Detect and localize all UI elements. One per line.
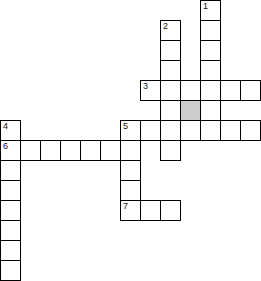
cell-r13-c0[interactable] — [0, 260, 21, 281]
cell-r6-c0[interactable] — [0, 120, 21, 141]
cell-r7-c8[interactable] — [160, 140, 181, 161]
cell-r1-c8[interactable] — [160, 20, 181, 41]
cell-r3-c10[interactable] — [200, 60, 221, 81]
cell-r5-c10[interactable] — [200, 100, 221, 121]
cell-r7-c1[interactable] — [20, 140, 41, 161]
cell-r6-c12[interactable] — [240, 120, 261, 141]
cell-r10-c6[interactable] — [120, 200, 141, 221]
cell-r4-c7[interactable] — [140, 80, 161, 101]
cell-r6-c8[interactable] — [160, 120, 181, 141]
cell-r6-c7[interactable] — [140, 120, 161, 141]
cell-r7-c5[interactable] — [100, 140, 121, 161]
cell-r9-c0[interactable] — [0, 180, 21, 201]
cell-r12-c0[interactable] — [0, 240, 21, 261]
cell-r8-c0[interactable] — [0, 160, 21, 181]
cell-r1-c10[interactable] — [200, 20, 221, 41]
cell-r7-c6[interactable] — [120, 140, 141, 161]
cell-r0-c10[interactable] — [200, 0, 221, 21]
cell-r6-c9[interactable] — [180, 120, 201, 141]
cell-r3-c8[interactable] — [160, 60, 181, 81]
cell-r7-c2[interactable] — [40, 140, 61, 161]
crossword-board: 1234567 — [0, 0, 261, 281]
cell-r10-c7[interactable] — [140, 200, 161, 221]
cell-r4-c9[interactable] — [180, 80, 201, 101]
cell-r4-c8[interactable] — [160, 80, 181, 101]
cell-r9-c6[interactable] — [120, 180, 141, 201]
cell-r11-c0[interactable] — [0, 220, 21, 241]
cell-r4-c10[interactable] — [200, 80, 221, 101]
cell-r5-c8[interactable] — [160, 100, 181, 121]
cell-r6-c10[interactable] — [200, 120, 221, 141]
cell-r2-c10[interactable] — [200, 40, 221, 61]
cell-r4-c12[interactable] — [240, 80, 261, 101]
cell-r7-c0[interactable] — [0, 140, 21, 161]
cell-r6-c11[interactable] — [220, 120, 241, 141]
cell-r4-c11[interactable] — [220, 80, 241, 101]
cell-r5-c9-highlighted[interactable] — [180, 100, 201, 121]
cell-r10-c8[interactable] — [160, 200, 181, 221]
cell-r7-c4[interactable] — [80, 140, 101, 161]
cell-r2-c8[interactable] — [160, 40, 181, 61]
cell-r6-c6[interactable] — [120, 120, 141, 141]
cell-r7-c3[interactable] — [60, 140, 81, 161]
cell-r8-c6[interactable] — [120, 160, 141, 181]
cell-r10-c0[interactable] — [0, 200, 21, 221]
